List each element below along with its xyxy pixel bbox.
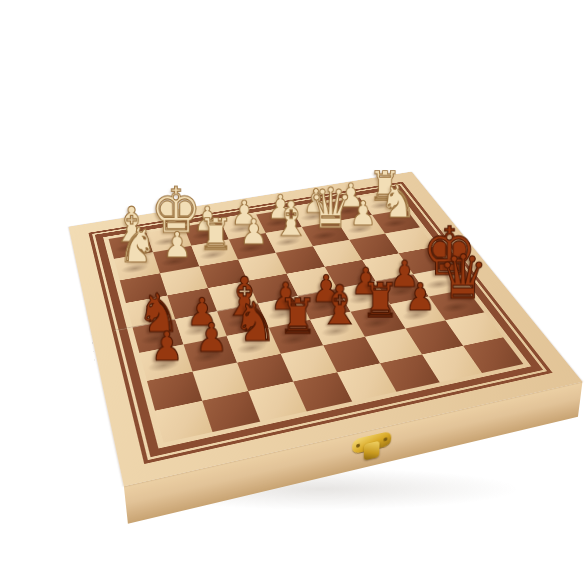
piece-light-bishop-e7[interactable]: ♝ xyxy=(272,195,310,243)
chess-board: ♝♚♟♟♟♟♟♜♞♟♜♟♝♛♟♞♞♟♝♟♟♟♟♚♟♟♞♜♝♜♟♛ xyxy=(69,172,583,487)
piece-dark-pawn-g3[interactable]: ♟ xyxy=(399,278,442,316)
piece-light-pawn-b7[interactable]: ♟ xyxy=(157,227,197,262)
board-grid: ♝♚♟♟♟♟♟♜♞♟♜♟♝♛♟♞♞♟♝♟♟♟♟♚♟♟♞♜♝♜♟♛ xyxy=(109,192,524,443)
piece-dark-bishop-e3[interactable]: ♝ xyxy=(318,278,362,332)
piece-light-queen-f7[interactable]: ♛ xyxy=(308,181,346,236)
piece-dark-pawn-a3[interactable]: ♟ xyxy=(144,326,190,366)
piece-dark-rook-d3[interactable]: ♜ xyxy=(276,292,320,340)
chess-set-photo: ♝♚♟♟♟♟♟♜♞♟♜♟♝♛♟♞♞♟♝♟♟♟♟♚♟♟♞♜♝♜♟♛ xyxy=(0,0,587,587)
brass-latch xyxy=(352,431,392,467)
latch-hasp xyxy=(363,441,379,461)
scene: ♝♚♟♟♟♟♟♜♞♟♜♟♝♛♟♞♞♟♝♟♟♟♟♚♟♟♞♜♝♜♟♛ xyxy=(0,0,587,587)
piece-light-knight-h7[interactable]: ♞ xyxy=(379,179,416,225)
square-d7[interactable]: ♟ xyxy=(229,233,276,259)
square-b7[interactable]: ♟ xyxy=(153,246,199,273)
piece-dark-queen-h3[interactable]: ♛ xyxy=(438,247,480,308)
piece-light-rook-c7[interactable]: ♜ xyxy=(196,213,235,256)
piece-light-pawn-d7[interactable]: ♟ xyxy=(234,215,273,250)
piece-dark-pawn-b3[interactable]: ♟ xyxy=(189,318,234,358)
piece-light-knight-a7[interactable]: ♞ xyxy=(117,221,157,270)
piece-dark-knight-c3[interactable]: ♞ xyxy=(233,295,278,349)
square-c3[interactable]: ♞ xyxy=(227,328,281,363)
piece-dark-rook-f3[interactable]: ♜ xyxy=(359,277,402,324)
